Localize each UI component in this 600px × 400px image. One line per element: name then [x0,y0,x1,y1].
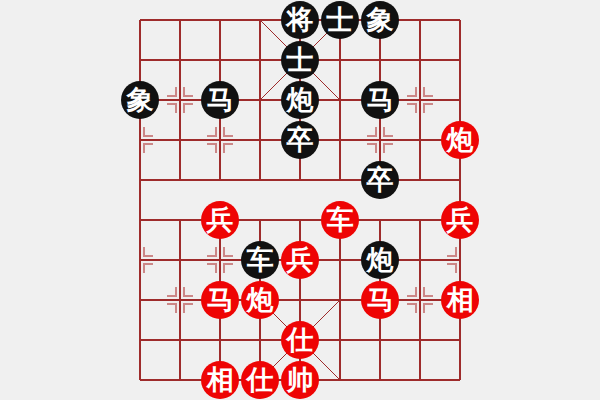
intersection[interactable] [320,160,360,200]
intersection[interactable] [320,320,360,360]
piece-black-elephant[interactable]: 象 [361,1,399,39]
intersection[interactable] [160,80,200,120]
piece-red-soldier[interactable]: 兵 [281,241,319,279]
intersection[interactable] [160,360,200,400]
piece-black-cannon[interactable]: 炮 [281,81,319,119]
intersection[interactable]: 兵 [200,200,240,240]
intersection[interactable]: 卒 [360,160,400,200]
intersection[interactable]: 炮 [360,240,400,280]
intersection[interactable]: 车 [320,200,360,240]
intersection[interactable] [400,200,440,240]
intersection[interactable]: 将 [280,0,320,40]
intersection[interactable] [280,280,320,320]
intersection[interactable] [400,160,440,200]
intersection[interactable] [320,120,360,160]
intersection[interactable]: 炮 [280,80,320,120]
intersection[interactable]: 炮 [240,280,280,320]
intersection[interactable] [240,200,280,240]
piece-black-soldier[interactable]: 卒 [361,161,399,199]
piece-red-advisor[interactable]: 仕 [241,361,279,399]
piece-red-advisor[interactable]: 仕 [281,321,319,359]
intersection[interactable] [120,360,160,400]
intersection[interactable]: 马 [200,80,240,120]
intersection[interactable]: 士 [320,0,360,40]
intersection[interactable] [440,80,480,120]
intersection[interactable] [120,160,160,200]
intersection[interactable] [360,200,400,240]
intersection[interactable] [240,0,280,40]
intersection[interactable] [360,120,400,160]
piece-black-chariot[interactable]: 车 [241,241,279,279]
intersection[interactable] [160,120,200,160]
intersection[interactable]: 车 [240,240,280,280]
piece-black-horse[interactable]: 马 [361,81,399,119]
piece-red-elephant[interactable]: 相 [201,361,239,399]
intersection[interactable] [240,120,280,160]
intersection[interactable] [200,120,240,160]
intersection[interactable] [160,240,200,280]
intersection[interactable]: 卒 [280,120,320,160]
intersection[interactable] [360,360,400,400]
piece-black-general[interactable]: 将 [281,1,319,39]
intersection[interactable]: 兵 [280,240,320,280]
piece-red-general[interactable]: 帅 [281,361,319,399]
intersection[interactable] [360,320,400,360]
intersection[interactable] [400,280,440,320]
intersection[interactable] [120,280,160,320]
piece-red-soldier[interactable]: 兵 [441,201,479,239]
intersection[interactable] [200,40,240,80]
intersection[interactable] [200,320,240,360]
intersection[interactable] [160,280,200,320]
intersection[interactable] [440,320,480,360]
intersection[interactable] [440,160,480,200]
intersection[interactable] [120,0,160,40]
intersection[interactable] [360,40,400,80]
intersection[interactable]: 仕 [240,360,280,400]
intersection[interactable] [160,320,200,360]
intersection[interactable] [120,240,160,280]
intersection[interactable] [400,80,440,120]
intersection[interactable] [400,360,440,400]
piece-red-horse[interactable]: 马 [201,281,239,319]
piece-red-cannon[interactable]: 炮 [241,281,279,319]
intersection[interactable] [320,40,360,80]
intersection[interactable] [440,240,480,280]
piece-red-soldier[interactable]: 兵 [201,201,239,239]
intersection[interactable] [400,40,440,80]
intersection[interactable] [280,160,320,200]
intersection[interactable] [280,200,320,240]
intersection[interactable] [320,80,360,120]
intersection[interactable] [160,200,200,240]
intersection[interactable] [400,120,440,160]
piece-red-horse[interactable]: 马 [361,281,399,319]
intersection[interactable] [320,240,360,280]
intersection[interactable] [120,200,160,240]
intersection[interactable] [400,240,440,280]
intersection[interactable] [120,320,160,360]
piece-black-advisor[interactable]: 士 [321,1,359,39]
intersection[interactable] [240,320,280,360]
piece-black-soldier[interactable]: 卒 [281,121,319,159]
piece-red-chariot[interactable]: 车 [321,201,359,239]
intersection[interactable] [240,80,280,120]
intersection[interactable] [160,40,200,80]
piece-black-advisor[interactable]: 士 [281,41,319,79]
intersection[interactable] [120,120,160,160]
intersection[interactable] [440,360,480,400]
intersection[interactable]: 象 [360,0,400,40]
intersection[interactable] [160,0,200,40]
intersection[interactable]: 仕 [280,320,320,360]
piece-black-horse[interactable]: 马 [201,81,239,119]
intersection[interactable]: 相 [440,280,480,320]
intersection[interactable]: 帅 [280,360,320,400]
intersection[interactable] [400,320,440,360]
intersection[interactable]: 炮 [440,120,480,160]
piece-black-elephant[interactable]: 象 [121,81,159,119]
intersection[interactable] [120,40,160,80]
intersection[interactable] [240,160,280,200]
intersection[interactable] [160,160,200,200]
intersection[interactable] [320,280,360,320]
intersection[interactable]: 兵 [440,200,480,240]
intersection[interactable] [440,40,480,80]
piece-red-cannon[interactable]: 炮 [441,121,479,159]
xiangqi-board: 将士象士象马炮马卒炮卒兵车兵车兵炮马炮马相仕相仕帅 [0,0,600,400]
intersection[interactable]: 马 [360,80,400,120]
intersection[interactable]: 象 [120,80,160,120]
intersection[interactable] [320,360,360,400]
intersection[interactable]: 相 [200,360,240,400]
intersection[interactable]: 马 [360,280,400,320]
intersection[interactable] [440,0,480,40]
intersection[interactable] [240,40,280,80]
intersection[interactable] [400,0,440,40]
intersection[interactable]: 士 [280,40,320,80]
intersection[interactable] [200,240,240,280]
piece-black-cannon[interactable]: 炮 [361,241,399,279]
piece-red-elephant[interactable]: 相 [441,281,479,319]
intersection[interactable]: 马 [200,280,240,320]
intersection[interactable] [200,160,240,200]
intersection[interactable] [200,0,240,40]
board-intersections: 将士象士象马炮马卒炮卒兵车兵车兵炮马炮马相仕相仕帅 [120,0,480,400]
